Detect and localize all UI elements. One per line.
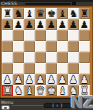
piece-white-king[interactable]: ♚ [46, 85, 57, 96]
square-c2[interactable]: ♟ [24, 74, 35, 85]
piece-white-bishop[interactable]: ♝ [57, 85, 68, 96]
piece-black-knight[interactable]: ♞ [13, 8, 24, 19]
piece-black-rook[interactable]: ♜ [79, 8, 90, 19]
piece-black-knight[interactable]: ♞ [68, 8, 79, 19]
square-a3[interactable] [2, 63, 13, 74]
square-e7[interactable]: ♟ [46, 19, 57, 30]
square-f2[interactable]: ♟ [57, 74, 68, 85]
square-b5[interactable] [13, 41, 24, 52]
piece-white-pawn[interactable]: ♟ [68, 74, 79, 85]
chess-board: ♜♞♝♛♚♝♞♜♟♟♟♟♟♟♟♟♟♟♟♟♟♟♟♟♜♞♝♛♚♝♞♜ [2, 8, 90, 96]
square-g8[interactable]: ♞ [68, 8, 79, 19]
piece-black-pawn[interactable]: ♟ [68, 19, 79, 30]
square-e8[interactable]: ♚ [46, 8, 57, 19]
piece-black-pawn[interactable]: ♟ [2, 19, 13, 30]
piece-white-pawn[interactable]: ♟ [35, 74, 46, 85]
square-e5[interactable] [46, 41, 57, 52]
piece-white-queen[interactable]: ♛ [35, 85, 46, 96]
square-c8[interactable]: ♝ [24, 8, 35, 19]
site-watermark: NZ [70, 95, 93, 110]
square-g4[interactable] [68, 52, 79, 63]
square-d4[interactable] [35, 52, 46, 63]
square-a6[interactable] [2, 30, 13, 41]
square-g5[interactable] [68, 41, 79, 52]
square-c1[interactable]: ♝ [24, 85, 35, 96]
piece-black-pawn[interactable]: ♟ [24, 19, 35, 30]
square-c3[interactable] [24, 63, 35, 74]
status-divider [12, 105, 43, 106]
board-frame: ♜♞♝♛♚♝♞♜♟♟♟♟♟♟♟♟♟♟♟♟♟♟♟♟♜♞♝♛♚♝♞♜ [0, 6, 93, 98]
piece-black-pawn[interactable]: ♟ [79, 19, 90, 30]
square-b2[interactable]: ♟ [13, 74, 24, 85]
header-progress-knob [72, 2, 76, 5]
piece-black-queen[interactable]: ♛ [35, 8, 46, 19]
square-d5[interactable] [35, 41, 46, 52]
square-f8[interactable]: ♝ [57, 8, 68, 19]
square-d8[interactable]: ♛ [35, 8, 46, 19]
piece-black-pawn[interactable]: ♟ [57, 19, 68, 30]
square-b8[interactable]: ♞ [13, 8, 24, 19]
piece-white-bishop[interactable]: ♝ [24, 85, 35, 96]
softkey-label: Menu [1, 100, 13, 105]
square-e2[interactable]: ♟ [46, 74, 57, 85]
square-e6[interactable] [46, 30, 57, 41]
piece-black-king[interactable]: ♚ [46, 8, 57, 19]
square-c7[interactable]: ♟ [24, 19, 35, 30]
square-a7[interactable]: ♟ [2, 19, 13, 30]
square-f5[interactable] [57, 41, 68, 52]
square-e1[interactable]: ♚ [46, 85, 57, 96]
square-h3[interactable] [79, 63, 90, 74]
piece-black-pawn[interactable]: ♟ [13, 19, 24, 30]
piece-black-bishop[interactable]: ♝ [24, 8, 35, 19]
square-f1[interactable]: ♝ [57, 85, 68, 96]
square-h6[interactable] [79, 30, 90, 41]
square-e3[interactable] [46, 63, 57, 74]
piece-white-pawn[interactable]: ♟ [46, 74, 57, 85]
piece-white-pawn[interactable]: ♟ [13, 74, 24, 85]
square-g2[interactable]: ♟ [68, 74, 79, 85]
square-f6[interactable] [57, 30, 68, 41]
piece-black-pawn[interactable]: ♟ [46, 19, 57, 30]
piece-white-pawn[interactable]: ♟ [24, 74, 35, 85]
square-b1[interactable]: ♞ [13, 85, 24, 96]
square-d7[interactable]: ♟ [35, 19, 46, 30]
softkey-button-mark [4, 107, 7, 109]
square-g6[interactable] [68, 30, 79, 41]
square-a8[interactable]: ♜ [2, 8, 13, 19]
square-c6[interactable] [24, 30, 35, 41]
square-b3[interactable] [13, 63, 24, 74]
square-f4[interactable] [57, 52, 68, 63]
square-f7[interactable]: ♟ [57, 19, 68, 30]
square-f3[interactable] [57, 63, 68, 74]
square-d1[interactable]: ♛ [35, 85, 46, 96]
square-d6[interactable] [35, 30, 46, 41]
piece-white-rook[interactable]: ♜ [2, 85, 13, 96]
square-e4[interactable] [46, 52, 57, 63]
piece-white-knight[interactable]: ♞ [13, 85, 24, 96]
square-a4[interactable] [2, 52, 13, 63]
square-b4[interactable] [13, 52, 24, 63]
square-g3[interactable] [68, 63, 79, 74]
header-progress-groove [25, 3, 71, 5]
square-h8[interactable]: ♜ [79, 8, 90, 19]
softkey-button[interactable] [1, 105, 10, 110]
chess-game-screen: CHESS ♜♞♝♛♚♝♞♜♟♟♟♟♟♟♟♟♟♟♟♟♟♟♟♟♜♞♝♛♚♝♞♜ M… [0, 0, 93, 110]
piece-white-pawn[interactable]: ♟ [57, 74, 68, 85]
square-h4[interactable] [79, 52, 90, 63]
piece-black-pawn[interactable]: ♟ [35, 19, 46, 30]
piece-white-pawn[interactable]: ♟ [2, 74, 13, 85]
square-c4[interactable] [24, 52, 35, 63]
piece-white-pawn[interactable]: ♟ [79, 74, 90, 85]
piece-black-bishop[interactable]: ♝ [57, 8, 68, 19]
square-a2[interactable]: ♟ [2, 74, 13, 85]
square-h5[interactable] [79, 41, 90, 52]
square-d2[interactable]: ♟ [35, 74, 46, 85]
center-indicator[interactable]: ( ı ) [44, 103, 71, 109]
square-a5[interactable] [2, 41, 13, 52]
square-b7[interactable]: ♟ [13, 19, 24, 30]
square-b6[interactable] [13, 30, 24, 41]
square-d3[interactable] [35, 63, 46, 74]
square-g7[interactable]: ♟ [68, 19, 79, 30]
square-a1[interactable]: ♜ [2, 85, 13, 96]
square-c5[interactable] [24, 41, 35, 52]
piece-black-rook[interactable]: ♜ [2, 8, 13, 19]
square-h2[interactable]: ♟ [79, 74, 90, 85]
square-h7[interactable]: ♟ [79, 19, 90, 30]
